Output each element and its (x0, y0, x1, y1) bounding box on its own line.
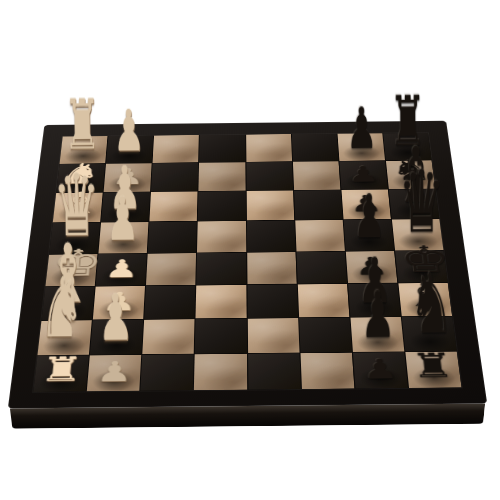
square-6-4[interactable] (247, 318, 299, 353)
square-7-5[interactable] (300, 353, 354, 390)
piece-black-p[interactable]: ♟ (358, 355, 403, 383)
piece-black-p[interactable]: ♟ (343, 99, 381, 157)
square-6-5[interactable] (299, 317, 352, 352)
product-photo: ♜♟♟♜♞♟♟♞♝♟♟♝♛♟♟♛♚♟♟♚♝♟♟♝♞♟♟♞♜♟♟♜ (0, 0, 500, 500)
piece-white-p[interactable]: ♟ (110, 101, 148, 159)
piece-white-p[interactable]: ♟ (92, 358, 137, 386)
square-6-2[interactable] (143, 319, 195, 354)
square-3-4[interactable] (246, 221, 295, 252)
square-6-1[interactable]: ♟ (90, 320, 143, 355)
square-1-2[interactable] (151, 163, 198, 192)
square-0-4[interactable] (246, 134, 292, 162)
square-6-3[interactable] (195, 319, 247, 354)
square-3-1[interactable]: ♟ (99, 222, 149, 253)
square-4-2[interactable] (146, 253, 196, 285)
square-0-6[interactable]: ♟ (337, 133, 385, 161)
square-5-5[interactable] (297, 284, 349, 318)
square-5-3[interactable] (196, 285, 246, 319)
square-1-4[interactable] (246, 162, 293, 191)
piece-white-p[interactable]: ♟ (103, 188, 143, 249)
square-7-3[interactable] (194, 354, 247, 391)
square-0-5[interactable] (292, 134, 339, 162)
piece-black-p[interactable]: ♟ (349, 185, 389, 246)
square-1-5[interactable] (293, 161, 341, 190)
square-6-6[interactable]: ♟ (350, 317, 404, 352)
square-3-5[interactable] (295, 220, 345, 251)
square-3-3[interactable] (197, 221, 245, 252)
square-2-5[interactable] (294, 190, 343, 220)
board-grid: ♜♟♟♜♞♟♟♞♝♟♟♝♛♟♟♛♚♟♟♚♝♟♟♝♞♟♟♞♜♟♟♜ (33, 133, 461, 392)
piece-white-r[interactable]: ♜ (63, 90, 101, 159)
piece-black-q[interactable]: ♛ (398, 159, 438, 245)
square-7-4[interactable] (248, 353, 301, 390)
square-4-4[interactable] (247, 252, 297, 284)
square-7-0[interactable]: ♜ (33, 355, 89, 392)
square-2-2[interactable] (150, 192, 198, 222)
square-7-7[interactable]: ♜ (405, 352, 461, 389)
square-4-3[interactable] (197, 252, 246, 284)
square-2-3[interactable] (198, 191, 246, 221)
piece-black-n[interactable]: ♞ (409, 263, 452, 346)
square-1-3[interactable] (199, 162, 246, 191)
square-0-3[interactable] (199, 135, 245, 163)
piece-black-p[interactable]: ♟ (356, 282, 399, 347)
square-5-4[interactable] (247, 284, 298, 318)
square-0-2[interactable] (153, 135, 199, 163)
piece-white-p[interactable]: ♟ (94, 285, 137, 350)
piece-black-r[interactable]: ♜ (410, 349, 457, 383)
square-6-7[interactable]: ♞ (402, 316, 457, 351)
piece-white-r[interactable]: ♜ (39, 352, 85, 386)
square-5-2[interactable] (144, 285, 195, 319)
piece-white-p[interactable]: ♟ (101, 256, 143, 281)
piece-white-n[interactable]: ♞ (42, 266, 85, 349)
square-3-2[interactable] (148, 222, 197, 253)
square-7-6[interactable]: ♟ (353, 352, 408, 389)
chess-board: ♜♟♟♜♞♟♟♞♝♟♟♝♛♟♟♛♚♟♟♚♝♟♟♝♞♟♟♞♜♟♟♜ (8, 121, 487, 409)
square-4-5[interactable] (296, 251, 347, 283)
square-7-2[interactable] (141, 354, 194, 391)
square-7-1[interactable]: ♟ (87, 355, 142, 392)
board-front-edge (10, 404, 485, 429)
square-2-4[interactable] (246, 191, 294, 221)
